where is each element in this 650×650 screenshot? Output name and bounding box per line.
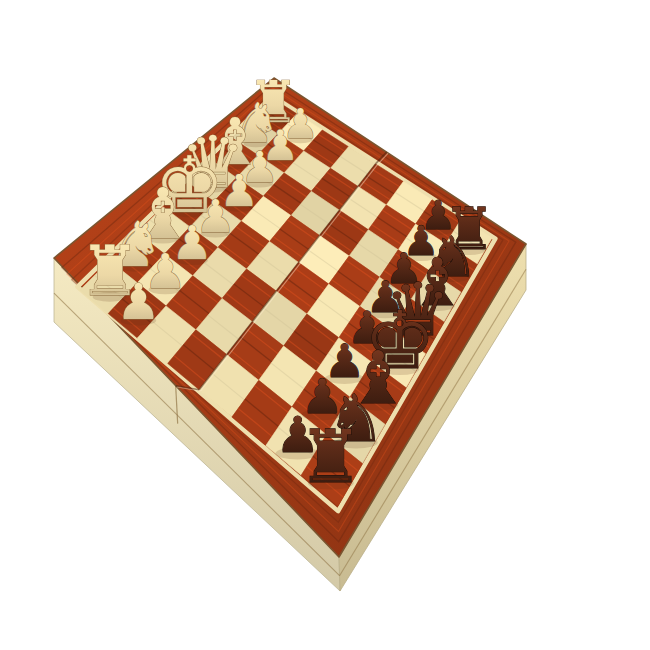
chess-board-scene: ♜♟♞♟♝♟♛♟♚♟♟♝♜♟♟♞♞♟♟♜♝♟♟♛♟♚♟♝♟♞♟♜: [0, 0, 650, 650]
chess-set-product-photo: ♜♟♞♟♝♟♛♟♚♟♟♝♜♟♟♞♞♟♟♜♝♟♟♛♟♚♟♝♟♞♟♜: [0, 0, 650, 650]
black-rook-glyph: ♜: [298, 414, 363, 499]
piece-black-rook-h8: ♜: [298, 414, 363, 499]
piece-white-pawn-h2: ♟: [116, 273, 160, 331]
white-pawn-glyph: ♟: [116, 273, 160, 331]
